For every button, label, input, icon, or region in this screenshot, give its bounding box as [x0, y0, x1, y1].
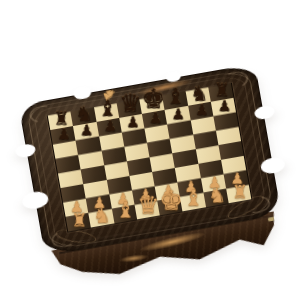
piece-black-rook: ♜: [50, 110, 73, 128]
brass-latch-right: [268, 216, 278, 221]
edge-scallop: [260, 156, 286, 175]
edge-scallop: [15, 143, 37, 159]
piece-black-rook: ♜: [210, 82, 233, 100]
square-e1: ♚: [157, 197, 182, 216]
edge-scallop: [73, 86, 93, 100]
square-f1: ♝: [180, 193, 205, 212]
product-photo: ♜♞♝♛♚♝♞♜♟♟♟♟♟♟♟♟♟♟♟♟♟♟♟♟♜♞♝♛♚♝♞♜ ♞: [12, 40, 288, 290]
piece-black-king: ♚: [141, 85, 164, 112]
square-b1: ♞: [89, 209, 114, 228]
square-a1: ♜: [66, 213, 91, 232]
square-d1: ♛: [134, 201, 159, 220]
edge-scallop: [254, 104, 276, 120]
piece-black-bishop: ♝: [164, 86, 187, 108]
brass-latch-left: [90, 277, 100, 281]
edge-scallop: [165, 71, 181, 83]
square-c1: ♝: [111, 205, 136, 224]
corner-scroll-ornament: [50, 230, 79, 247]
edge-scallop: [21, 190, 49, 211]
square-h1: ♜: [226, 185, 251, 204]
light-wood-inlay: [119, 254, 147, 264]
square-g1: ♞: [203, 189, 228, 208]
fallen-knight-piece: ♞: [99, 86, 118, 104]
chess-board: ♜♞♝♛♚♝♞♜♟♟♟♟♟♟♟♟♟♟♟♟♟♟♟♟♜♞♝♛♚♝♞♜ ♞: [18, 64, 287, 288]
piece-black-queen: ♛: [118, 91, 141, 116]
chess-grid: ♜♞♝♛♚♝♞♜♟♟♟♟♟♟♟♟♟♟♟♟♟♟♟♟♜♞♝♛♚♝♞♜: [48, 83, 252, 231]
